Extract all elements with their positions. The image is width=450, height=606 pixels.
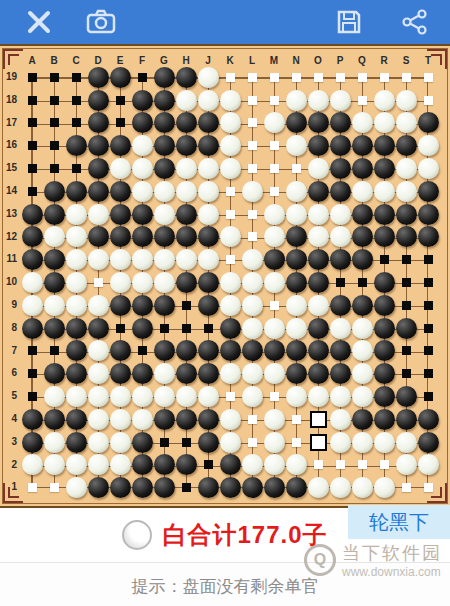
point-T1[interactable] <box>417 476 439 499</box>
point-C11[interactable] <box>65 248 87 271</box>
point-P4[interactable] <box>329 408 351 431</box>
point-L2[interactable] <box>241 454 263 477</box>
point-T9[interactable] <box>417 294 439 317</box>
point-K11[interactable] <box>219 248 241 271</box>
point-D15[interactable] <box>87 157 109 180</box>
point-A4[interactable] <box>21 408 43 431</box>
point-M13[interactable] <box>263 203 285 226</box>
point-M19[interactable] <box>263 66 285 89</box>
point-F13[interactable] <box>131 203 153 226</box>
point-E18[interactable] <box>109 89 131 112</box>
point-F19[interactable] <box>131 66 153 89</box>
point-H9[interactable] <box>175 294 197 317</box>
point-S8[interactable] <box>395 317 417 340</box>
point-M3[interactable] <box>263 431 285 454</box>
point-O4[interactable] <box>307 408 329 431</box>
point-O1[interactable] <box>307 476 329 499</box>
point-E8[interactable] <box>109 317 131 340</box>
point-Q16[interactable] <box>351 134 373 157</box>
point-L17[interactable] <box>241 112 263 135</box>
point-L8[interactable] <box>241 317 263 340</box>
point-K1[interactable] <box>219 476 241 499</box>
point-M9[interactable] <box>263 294 285 317</box>
point-K3[interactable] <box>219 431 241 454</box>
point-R6[interactable] <box>373 362 395 385</box>
point-T8[interactable] <box>417 317 439 340</box>
point-D18[interactable] <box>87 89 109 112</box>
point-T5[interactable] <box>417 385 439 408</box>
point-H12[interactable] <box>175 226 197 249</box>
point-A2[interactable] <box>21 454 43 477</box>
point-L5[interactable] <box>241 385 263 408</box>
point-H8[interactable] <box>175 317 197 340</box>
point-N8[interactable] <box>285 317 307 340</box>
point-J15[interactable] <box>197 157 219 180</box>
point-R7[interactable] <box>373 340 395 363</box>
point-P5[interactable] <box>329 385 351 408</box>
point-Q8[interactable] <box>351 317 373 340</box>
point-P18[interactable] <box>329 89 351 112</box>
point-H10[interactable] <box>175 271 197 294</box>
point-P15[interactable] <box>329 157 351 180</box>
point-M17[interactable] <box>263 112 285 135</box>
point-O14[interactable] <box>307 180 329 203</box>
point-H15[interactable] <box>175 157 197 180</box>
point-A13[interactable] <box>21 203 43 226</box>
point-L4[interactable] <box>241 408 263 431</box>
point-O7[interactable] <box>307 340 329 363</box>
point-E7[interactable] <box>109 340 131 363</box>
point-G4[interactable] <box>153 408 175 431</box>
point-F10[interactable] <box>131 271 153 294</box>
point-E5[interactable] <box>109 385 131 408</box>
point-J11[interactable] <box>197 248 219 271</box>
point-Q12[interactable] <box>351 226 373 249</box>
point-M4[interactable] <box>263 408 285 431</box>
point-E16[interactable] <box>109 134 131 157</box>
point-S15[interactable] <box>395 157 417 180</box>
point-R9[interactable] <box>373 294 395 317</box>
point-N9[interactable] <box>285 294 307 317</box>
point-A7[interactable] <box>21 340 43 363</box>
point-M11[interactable] <box>263 248 285 271</box>
point-R3[interactable] <box>373 431 395 454</box>
point-D16[interactable] <box>87 134 109 157</box>
point-D19[interactable] <box>87 66 109 89</box>
point-T13[interactable] <box>417 203 439 226</box>
point-B19[interactable] <box>43 66 65 89</box>
point-F4[interactable] <box>131 408 153 431</box>
point-K5[interactable] <box>219 385 241 408</box>
point-R10[interactable] <box>373 271 395 294</box>
point-K10[interactable] <box>219 271 241 294</box>
point-T2[interactable] <box>417 454 439 477</box>
point-H17[interactable] <box>175 112 197 135</box>
point-H11[interactable] <box>175 248 197 271</box>
point-J14[interactable] <box>197 180 219 203</box>
point-Q7[interactable] <box>351 340 373 363</box>
point-E2[interactable] <box>109 454 131 477</box>
point-J3[interactable] <box>197 431 219 454</box>
point-F15[interactable] <box>131 157 153 180</box>
point-B15[interactable] <box>43 157 65 180</box>
point-B12[interactable] <box>43 226 65 249</box>
point-D12[interactable] <box>87 226 109 249</box>
point-P2[interactable] <box>329 454 351 477</box>
point-D7[interactable] <box>87 340 109 363</box>
point-Q15[interactable] <box>351 157 373 180</box>
point-P14[interactable] <box>329 180 351 203</box>
point-D17[interactable] <box>87 112 109 135</box>
point-L3[interactable] <box>241 431 263 454</box>
point-P19[interactable] <box>329 66 351 89</box>
point-L12[interactable] <box>241 226 263 249</box>
point-E14[interactable] <box>109 180 131 203</box>
point-H4[interactable] <box>175 408 197 431</box>
point-F3[interactable] <box>131 431 153 454</box>
point-H6[interactable] <box>175 362 197 385</box>
point-N5[interactable] <box>285 385 307 408</box>
point-N11[interactable] <box>285 248 307 271</box>
point-G2[interactable] <box>153 454 175 477</box>
point-H14[interactable] <box>175 180 197 203</box>
point-Q14[interactable] <box>351 180 373 203</box>
point-R8[interactable] <box>373 317 395 340</box>
point-D1[interactable] <box>87 476 109 499</box>
point-L13[interactable] <box>241 203 263 226</box>
point-J19[interactable] <box>197 66 219 89</box>
point-S1[interactable] <box>395 476 417 499</box>
point-A16[interactable] <box>21 134 43 157</box>
point-S3[interactable] <box>395 431 417 454</box>
point-O5[interactable] <box>307 385 329 408</box>
point-R13[interactable] <box>373 203 395 226</box>
point-G3[interactable] <box>153 431 175 454</box>
point-B5[interactable] <box>43 385 65 408</box>
point-O8[interactable] <box>307 317 329 340</box>
point-L15[interactable] <box>241 157 263 180</box>
point-Q13[interactable] <box>351 203 373 226</box>
point-N6[interactable] <box>285 362 307 385</box>
point-N1[interactable] <box>285 476 307 499</box>
point-G7[interactable] <box>153 340 175 363</box>
point-C12[interactable] <box>65 226 87 249</box>
point-L6[interactable] <box>241 362 263 385</box>
point-K2[interactable] <box>219 454 241 477</box>
point-N4[interactable] <box>285 408 307 431</box>
point-G11[interactable] <box>153 248 175 271</box>
point-R11[interactable] <box>373 248 395 271</box>
point-S19[interactable] <box>395 66 417 89</box>
point-C18[interactable] <box>65 89 87 112</box>
point-G9[interactable] <box>153 294 175 317</box>
point-K4[interactable] <box>219 408 241 431</box>
point-H5[interactable] <box>175 385 197 408</box>
point-O6[interactable] <box>307 362 329 385</box>
point-E19[interactable] <box>109 66 131 89</box>
point-G10[interactable] <box>153 271 175 294</box>
point-C3[interactable] <box>65 431 87 454</box>
point-L9[interactable] <box>241 294 263 317</box>
point-T14[interactable] <box>417 180 439 203</box>
point-C19[interactable] <box>65 66 87 89</box>
point-G13[interactable] <box>153 203 175 226</box>
point-H7[interactable] <box>175 340 197 363</box>
point-G17[interactable] <box>153 112 175 135</box>
point-O19[interactable] <box>307 66 329 89</box>
point-S16[interactable] <box>395 134 417 157</box>
point-L11[interactable] <box>241 248 263 271</box>
point-O12[interactable] <box>307 226 329 249</box>
point-R14[interactable] <box>373 180 395 203</box>
point-S11[interactable] <box>395 248 417 271</box>
point-S4[interactable] <box>395 408 417 431</box>
point-R18[interactable] <box>373 89 395 112</box>
point-E4[interactable] <box>109 408 131 431</box>
point-J8[interactable] <box>197 317 219 340</box>
point-H19[interactable] <box>175 66 197 89</box>
point-F18[interactable] <box>131 89 153 112</box>
point-F11[interactable] <box>131 248 153 271</box>
point-T12[interactable] <box>417 226 439 249</box>
point-J17[interactable] <box>197 112 219 135</box>
point-K15[interactable] <box>219 157 241 180</box>
point-M12[interactable] <box>263 226 285 249</box>
point-A17[interactable] <box>21 112 43 135</box>
point-B17[interactable] <box>43 112 65 135</box>
point-Q11[interactable] <box>351 248 373 271</box>
point-C17[interactable] <box>65 112 87 135</box>
turn-indicator-button[interactable]: 轮黑下 <box>348 505 450 539</box>
point-M16[interactable] <box>263 134 285 157</box>
point-R5[interactable] <box>373 385 395 408</box>
point-R4[interactable] <box>373 408 395 431</box>
point-S2[interactable] <box>395 454 417 477</box>
point-E10[interactable] <box>109 271 131 294</box>
point-P12[interactable] <box>329 226 351 249</box>
point-E13[interactable] <box>109 203 131 226</box>
point-M15[interactable] <box>263 157 285 180</box>
point-H16[interactable] <box>175 134 197 157</box>
point-H1[interactable] <box>175 476 197 499</box>
point-G5[interactable] <box>153 385 175 408</box>
point-D10[interactable] <box>87 271 109 294</box>
point-K18[interactable] <box>219 89 241 112</box>
point-A11[interactable] <box>21 248 43 271</box>
point-A10[interactable] <box>21 271 43 294</box>
point-F8[interactable] <box>131 317 153 340</box>
point-Q17[interactable] <box>351 112 373 135</box>
point-R2[interactable] <box>373 454 395 477</box>
point-E15[interactable] <box>109 157 131 180</box>
point-J6[interactable] <box>197 362 219 385</box>
point-A19[interactable] <box>21 66 43 89</box>
point-N10[interactable] <box>285 271 307 294</box>
point-O17[interactable] <box>307 112 329 135</box>
point-T10[interactable] <box>417 271 439 294</box>
point-T16[interactable] <box>417 134 439 157</box>
point-B6[interactable] <box>43 362 65 385</box>
point-C13[interactable] <box>65 203 87 226</box>
point-T19[interactable] <box>417 66 439 89</box>
point-B14[interactable] <box>43 180 65 203</box>
point-T4[interactable] <box>417 408 439 431</box>
point-C7[interactable] <box>65 340 87 363</box>
point-K7[interactable] <box>219 340 241 363</box>
point-N7[interactable] <box>285 340 307 363</box>
point-S12[interactable] <box>395 226 417 249</box>
point-E3[interactable] <box>109 431 131 454</box>
point-P1[interactable] <box>329 476 351 499</box>
point-P8[interactable] <box>329 317 351 340</box>
point-N13[interactable] <box>285 203 307 226</box>
point-M14[interactable] <box>263 180 285 203</box>
point-Q5[interactable] <box>351 385 373 408</box>
point-F2[interactable] <box>131 454 153 477</box>
point-S5[interactable] <box>395 385 417 408</box>
point-D11[interactable] <box>87 248 109 271</box>
point-F14[interactable] <box>131 180 153 203</box>
point-A1[interactable] <box>21 476 43 499</box>
point-R16[interactable] <box>373 134 395 157</box>
point-J9[interactable] <box>197 294 219 317</box>
point-G16[interactable] <box>153 134 175 157</box>
point-A3[interactable] <box>21 431 43 454</box>
point-K14[interactable] <box>219 180 241 203</box>
point-P6[interactable] <box>329 362 351 385</box>
point-C6[interactable] <box>65 362 87 385</box>
point-J16[interactable] <box>197 134 219 157</box>
point-L1[interactable] <box>241 476 263 499</box>
point-O13[interactable] <box>307 203 329 226</box>
point-C10[interactable] <box>65 271 87 294</box>
camera-icon[interactable] <box>86 7 116 37</box>
point-D9[interactable] <box>87 294 109 317</box>
point-Q19[interactable] <box>351 66 373 89</box>
point-E12[interactable] <box>109 226 131 249</box>
point-G1[interactable] <box>153 476 175 499</box>
point-E17[interactable] <box>109 112 131 135</box>
point-M8[interactable] <box>263 317 285 340</box>
point-N12[interactable] <box>285 226 307 249</box>
point-F12[interactable] <box>131 226 153 249</box>
point-D8[interactable] <box>87 317 109 340</box>
point-C15[interactable] <box>65 157 87 180</box>
point-S13[interactable] <box>395 203 417 226</box>
point-D13[interactable] <box>87 203 109 226</box>
point-M10[interactable] <box>263 271 285 294</box>
point-K6[interactable] <box>219 362 241 385</box>
point-Q2[interactable] <box>351 454 373 477</box>
point-M5[interactable] <box>263 385 285 408</box>
point-A14[interactable] <box>21 180 43 203</box>
point-K12[interactable] <box>219 226 241 249</box>
point-F17[interactable] <box>131 112 153 135</box>
point-K16[interactable] <box>219 134 241 157</box>
point-N16[interactable] <box>285 134 307 157</box>
point-R12[interactable] <box>373 226 395 249</box>
share-icon[interactable] <box>400 7 430 37</box>
point-E1[interactable] <box>109 476 131 499</box>
point-P16[interactable] <box>329 134 351 157</box>
point-F9[interactable] <box>131 294 153 317</box>
point-S6[interactable] <box>395 362 417 385</box>
point-G6[interactable] <box>153 362 175 385</box>
point-P9[interactable] <box>329 294 351 317</box>
point-F5[interactable] <box>131 385 153 408</box>
point-S18[interactable] <box>395 89 417 112</box>
point-D6[interactable] <box>87 362 109 385</box>
point-M6[interactable] <box>263 362 285 385</box>
point-M7[interactable] <box>263 340 285 363</box>
point-N19[interactable] <box>285 66 307 89</box>
point-J12[interactable] <box>197 226 219 249</box>
point-P17[interactable] <box>329 112 351 135</box>
point-S7[interactable] <box>395 340 417 363</box>
point-N14[interactable] <box>285 180 307 203</box>
point-F6[interactable] <box>131 362 153 385</box>
point-Q9[interactable] <box>351 294 373 317</box>
point-L14[interactable] <box>241 180 263 203</box>
point-J2[interactable] <box>197 454 219 477</box>
save-icon[interactable] <box>334 7 364 37</box>
point-B16[interactable] <box>43 134 65 157</box>
point-L16[interactable] <box>241 134 263 157</box>
point-T15[interactable] <box>417 157 439 180</box>
point-M1[interactable] <box>263 476 285 499</box>
point-O2[interactable] <box>307 454 329 477</box>
point-E11[interactable] <box>109 248 131 271</box>
point-B18[interactable] <box>43 89 65 112</box>
point-F1[interactable] <box>131 476 153 499</box>
point-J5[interactable] <box>197 385 219 408</box>
point-J7[interactable] <box>197 340 219 363</box>
point-H2[interactable] <box>175 454 197 477</box>
point-F16[interactable] <box>131 134 153 157</box>
point-T6[interactable] <box>417 362 439 385</box>
point-K8[interactable] <box>219 317 241 340</box>
point-H18[interactable] <box>175 89 197 112</box>
point-E6[interactable] <box>109 362 131 385</box>
point-D4[interactable] <box>87 408 109 431</box>
point-D14[interactable] <box>87 180 109 203</box>
point-O11[interactable] <box>307 248 329 271</box>
point-N3[interactable] <box>285 431 307 454</box>
point-G15[interactable] <box>153 157 175 180</box>
point-R1[interactable] <box>373 476 395 499</box>
point-C16[interactable] <box>65 134 87 157</box>
point-T7[interactable] <box>417 340 439 363</box>
point-N17[interactable] <box>285 112 307 135</box>
point-D3[interactable] <box>87 431 109 454</box>
point-O3[interactable] <box>307 431 329 454</box>
point-B10[interactable] <box>43 271 65 294</box>
point-C5[interactable] <box>65 385 87 408</box>
point-R19[interactable] <box>373 66 395 89</box>
close-icon[interactable] <box>24 7 54 37</box>
point-K17[interactable] <box>219 112 241 135</box>
point-Q6[interactable] <box>351 362 373 385</box>
point-C2[interactable] <box>65 454 87 477</box>
point-R15[interactable] <box>373 157 395 180</box>
point-P7[interactable] <box>329 340 351 363</box>
point-A18[interactable] <box>21 89 43 112</box>
point-B7[interactable] <box>43 340 65 363</box>
point-A8[interactable] <box>21 317 43 340</box>
point-K19[interactable] <box>219 66 241 89</box>
point-Q3[interactable] <box>351 431 373 454</box>
point-B9[interactable] <box>43 294 65 317</box>
